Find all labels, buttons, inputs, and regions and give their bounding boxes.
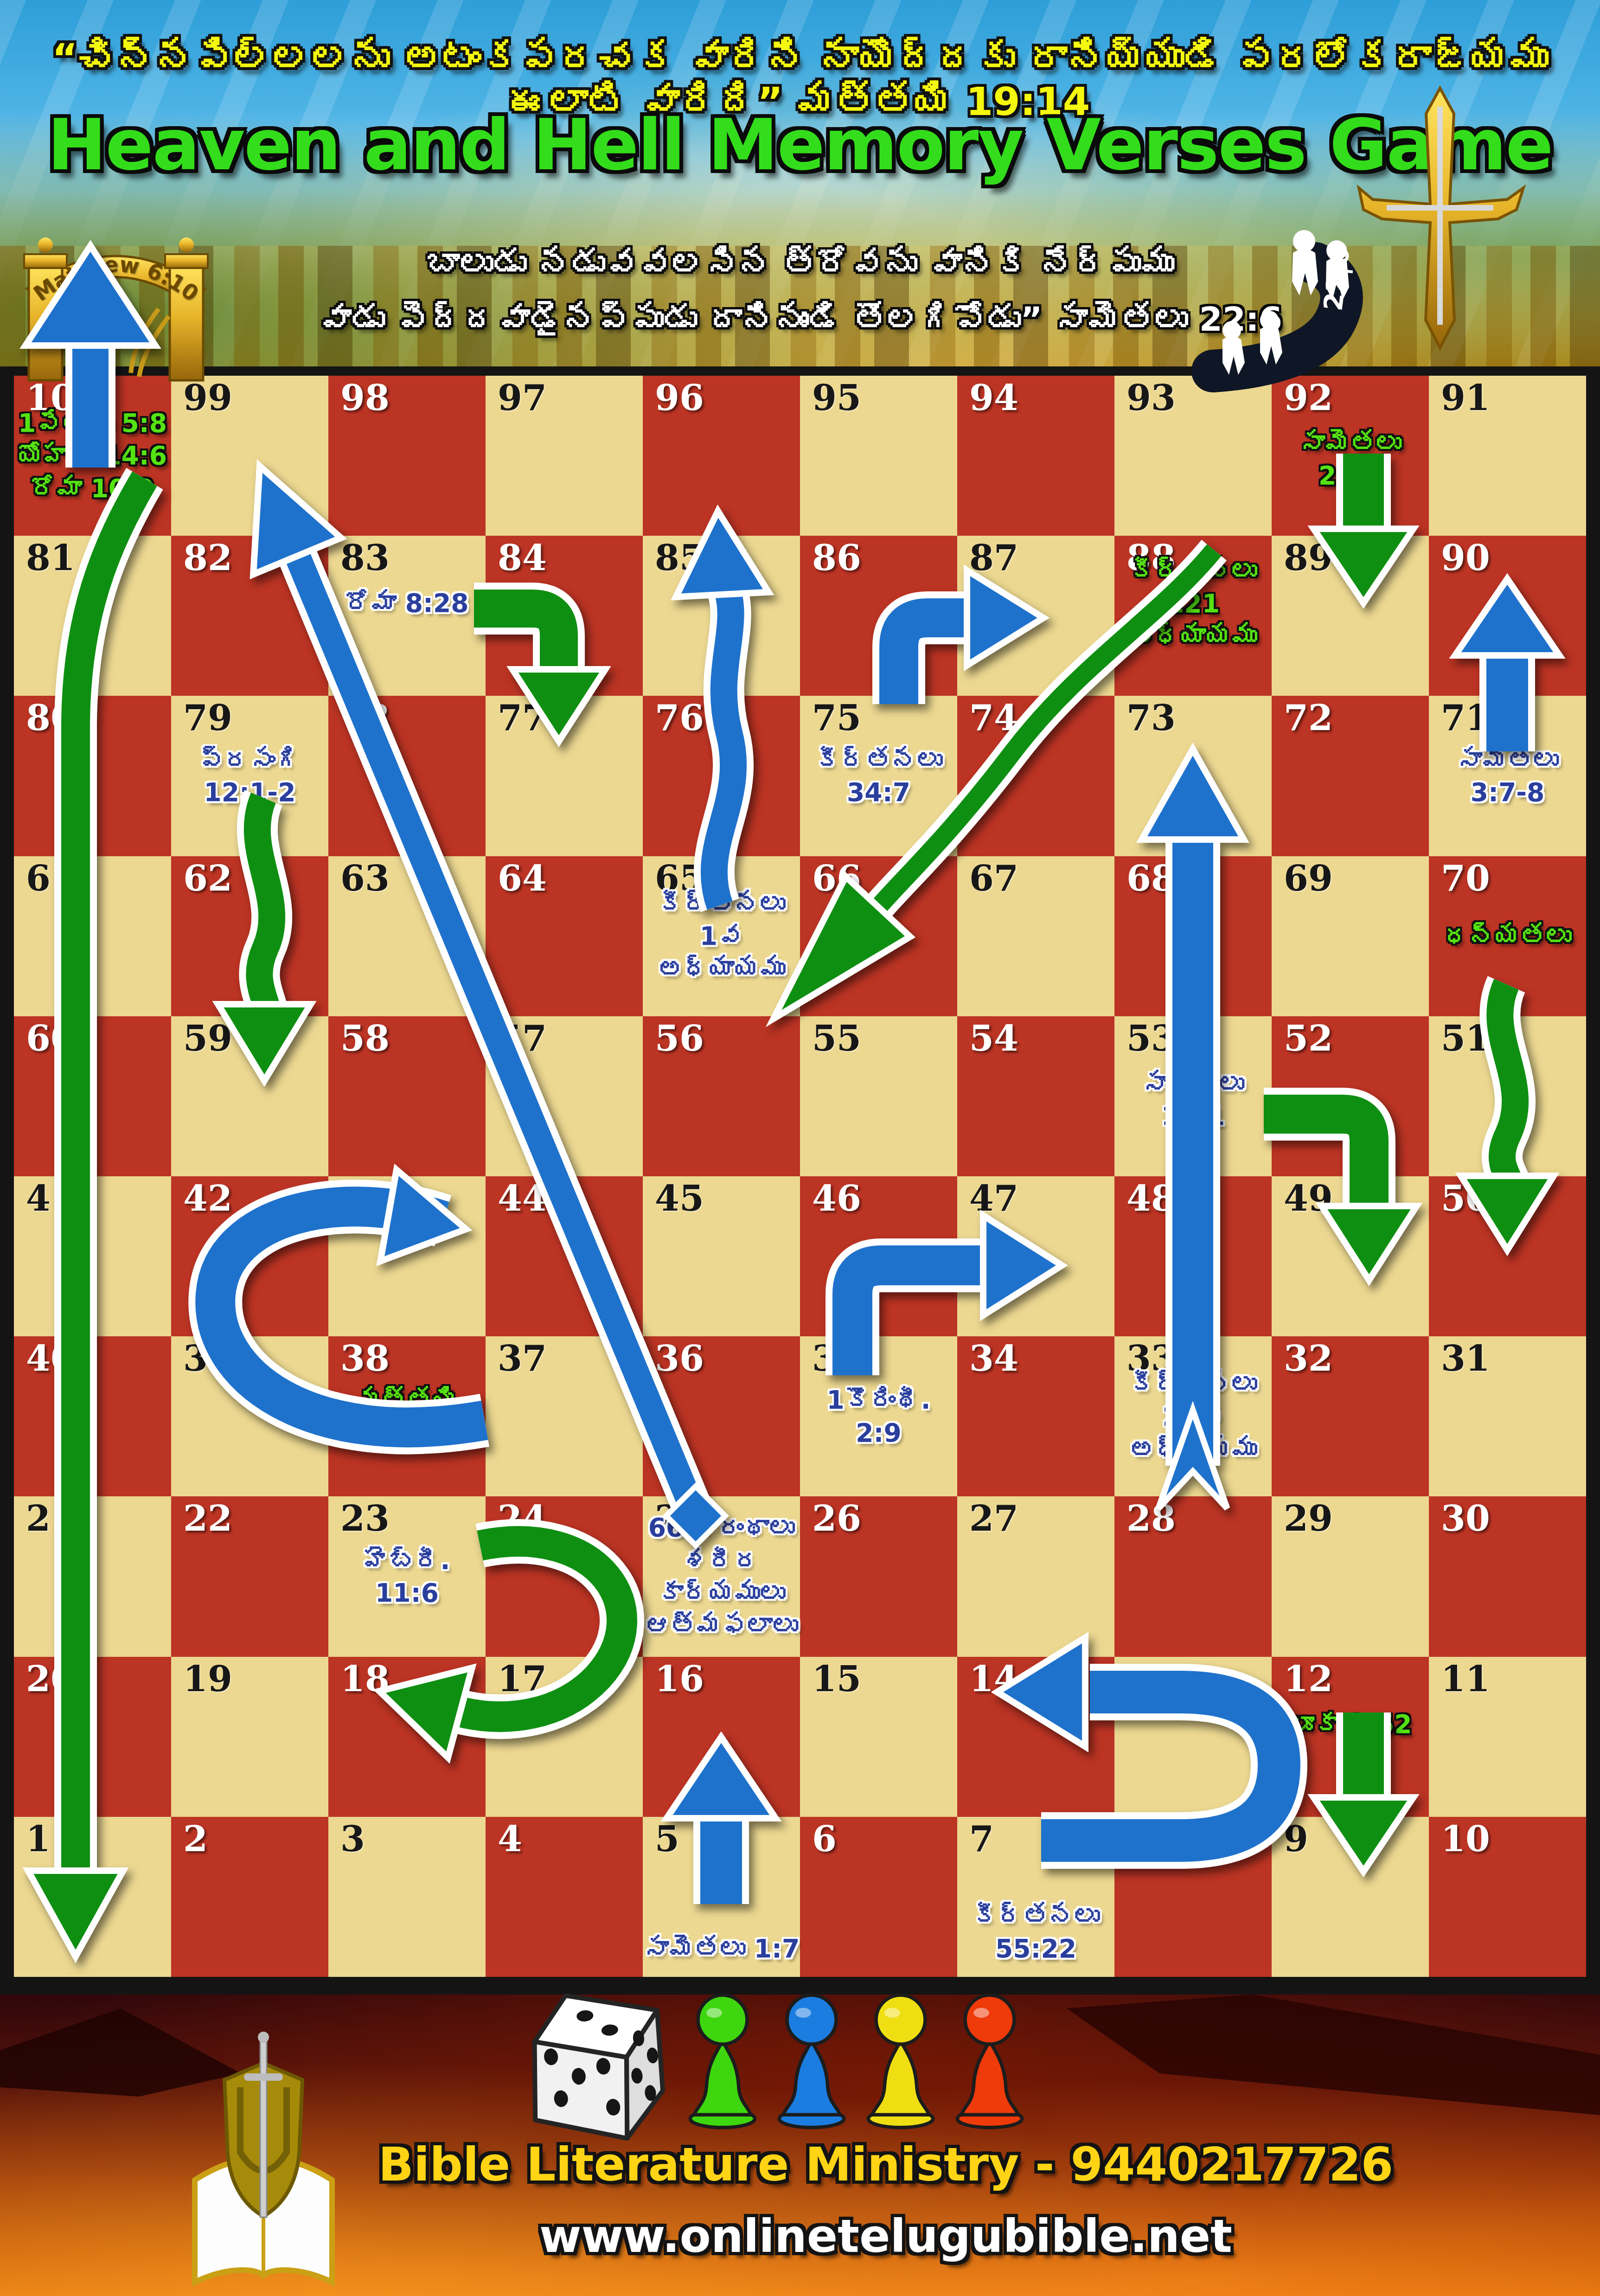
square-97: 97 — [486, 376, 643, 536]
square-number: 51 — [1441, 1021, 1490, 1056]
page-title: Heaven and Hell Memory Verses Game — [0, 106, 1600, 185]
square-number: 99 — [183, 380, 232, 416]
square-number: 60 — [26, 1021, 75, 1056]
square-number: 62 — [183, 861, 232, 896]
square-number: 93 — [1126, 380, 1176, 416]
square-33: 33కీర్తనలు23వ అధ్యాయము — [1114, 1336, 1272, 1496]
square-number: 91 — [1441, 380, 1490, 416]
square-number: 74 — [969, 700, 1018, 736]
square-verse: కీర్తనలు 55:22 — [957, 1899, 1114, 1965]
square-number: 4 — [498, 1821, 522, 1857]
square-17: 17 — [486, 1657, 643, 1817]
square-95: 95 — [800, 376, 957, 536]
square-number: 21 — [26, 1501, 75, 1536]
square-57: 57 — [486, 1016, 643, 1176]
square-83: 83రోమా 8:28 — [328, 536, 486, 696]
square-verse: సామెతలు 1:7 — [643, 1932, 800, 1965]
square-39: 39 — [171, 1336, 328, 1496]
square-number: 34 — [969, 1341, 1018, 1376]
square-verse: రోమా 8:28 — [328, 587, 486, 619]
square-58: 58 — [328, 1016, 486, 1176]
square-verse: లూకా 2:52 — [1272, 1708, 1429, 1740]
square-68: 68 — [1114, 856, 1272, 1016]
ministry-line: Bible Literature Ministry - 9440217726 — [325, 2139, 1447, 2190]
square-number: 12 — [1284, 1661, 1333, 1697]
square-28: 28 — [1114, 1496, 1272, 1656]
square-verse: సామెతలు 10:1 — [1114, 1067, 1272, 1133]
square-number: 11 — [1441, 1661, 1490, 1697]
square-number: 90 — [1441, 540, 1490, 576]
square-38: 38మత్తయి5:44-46 — [328, 1336, 486, 1496]
square-92: 92సామెతలు 29:1 — [1272, 376, 1429, 536]
square-number: 1 — [26, 1821, 51, 1857]
square-88: 88కీర్తనలు121 అధ్యాయము — [1114, 536, 1272, 696]
square-59: 59 — [171, 1016, 328, 1176]
square-70: 70ధన్యతలు — [1429, 856, 1586, 1016]
square-69: 69 — [1272, 856, 1429, 1016]
square-number: 49 — [1284, 1181, 1333, 1216]
square-number: 82 — [183, 540, 232, 576]
square-number: 19 — [183, 1661, 232, 1697]
square-66: 66 — [800, 856, 957, 1016]
square-73: 73 — [1114, 696, 1272, 856]
square-number: 28 — [1126, 1501, 1176, 1536]
square-number: 29 — [1284, 1501, 1333, 1536]
square-number: 61 — [26, 861, 75, 896]
square-53: 53సామెతలు 10:1 — [1114, 1016, 1272, 1176]
square-verse: ధన్యతలు — [1444, 920, 1571, 952]
square-40: 40 — [14, 1336, 171, 1496]
square-number: 68 — [1126, 861, 1176, 896]
square-76: 76 — [643, 696, 800, 856]
square-14: 14 — [957, 1657, 1114, 1817]
square-number: 30 — [1441, 1501, 1490, 1536]
square-number: 55 — [812, 1021, 861, 1056]
square-number: 48 — [1126, 1181, 1176, 1216]
square-number: 44 — [498, 1181, 547, 1216]
square-100: 1001పేతురు 5:8యోహాను 14:6రోమా 10:9 — [14, 376, 171, 536]
square-45: 45 — [643, 1176, 800, 1336]
square-number: 38 — [340, 1341, 390, 1376]
square-98: 98 — [328, 376, 486, 536]
square-87: 87 — [957, 536, 1114, 696]
square-number: 57 — [498, 1021, 547, 1056]
square-verse: కీర్తనలు23వ అధ్యాయము — [1114, 1367, 1272, 1465]
square-number: 3 — [340, 1821, 365, 1857]
square-number: 23 — [340, 1501, 390, 1536]
header-subtitle-2: వాడు పెద్దవాడైనప్పుడు దానినుండి తొలగిపోడ… — [0, 301, 1600, 338]
square-1: 1 — [14, 1817, 171, 1977]
square-16: 16 — [643, 1657, 800, 1817]
square-number: 52 — [1284, 1021, 1333, 1056]
square-number: 37 — [498, 1341, 547, 1376]
square-number: 41 — [26, 1181, 75, 1216]
square-number: 31 — [1441, 1341, 1490, 1376]
square-number: 9 — [1284, 1821, 1308, 1857]
square-number: 80 — [26, 700, 75, 736]
square-42: 42 — [171, 1176, 328, 1336]
square-4: 4 — [486, 1817, 643, 1977]
square-93: 93 — [1114, 376, 1272, 536]
square-49: 49 — [1272, 1176, 1429, 1336]
square-67: 67 — [957, 856, 1114, 1016]
square-44: 44 — [486, 1176, 643, 1336]
square-number: 7 — [969, 1821, 994, 1857]
square-number: 26 — [812, 1501, 861, 1536]
square-number: 39 — [183, 1341, 232, 1376]
square-5: 5సామెతలు 1:7 — [643, 1817, 800, 1977]
square-91: 91 — [1429, 376, 1586, 536]
square-number: 76 — [655, 700, 704, 736]
square-number: 5 — [655, 1821, 679, 1857]
square-55: 55 — [800, 1016, 957, 1176]
square-75: 75కీర్తనలు 34:7 — [800, 696, 957, 856]
square-number: 8 — [1126, 1821, 1151, 1857]
square-34: 34 — [957, 1336, 1114, 1496]
square-13: 13 — [1114, 1657, 1272, 1817]
square-82: 82 — [171, 536, 328, 696]
square-verse: ప్రసంగి12:1-2 — [199, 744, 301, 809]
square-number: 58 — [340, 1021, 390, 1056]
square-86: 86 — [800, 536, 957, 696]
square-number: 89 — [1284, 540, 1333, 576]
square-number: 16 — [655, 1661, 704, 1697]
square-number: 87 — [969, 540, 1018, 576]
square-61: 61 — [14, 856, 171, 1016]
square-32: 32 — [1272, 1336, 1429, 1496]
square-number: 75 — [812, 700, 861, 736]
square-27: 27 — [957, 1496, 1114, 1656]
square-94: 94 — [957, 376, 1114, 536]
square-number: 13 — [1126, 1661, 1176, 1697]
square-51: 51 — [1429, 1016, 1586, 1176]
square-number: 79 — [183, 700, 232, 736]
square-50: 50 — [1429, 1176, 1586, 1336]
square-number: 45 — [655, 1181, 704, 1216]
square-37: 37 — [486, 1336, 643, 1496]
square-verse: హెబ్రీ. 11:6 — [328, 1544, 486, 1610]
game-board: 1001పేతురు 5:8యోహాను 14:6రోమా 10:9999897… — [14, 376, 1586, 1977]
square-63: 63 — [328, 856, 486, 1016]
website-url: www.onlinetelugubible.net — [399, 2212, 1373, 2262]
square-number: 46 — [812, 1181, 861, 1216]
square-verse: కీర్తనలు121 అధ్యాయము — [1114, 554, 1272, 652]
square-84: 84 — [486, 536, 643, 696]
square-number: 70 — [1441, 861, 1490, 896]
square-48: 48 — [1114, 1176, 1272, 1336]
square-number: 20 — [26, 1661, 75, 1697]
square-52: 52 — [1272, 1016, 1429, 1176]
square-74: 74 — [957, 696, 1114, 856]
square-verse: 1కొరింథీ. 2:9 — [800, 1384, 957, 1449]
square-number: 35 — [812, 1341, 861, 1376]
square-number: 50 — [1441, 1181, 1490, 1216]
square-number: 92 — [1284, 380, 1333, 416]
square-number: 98 — [340, 380, 390, 416]
header-subtitle-1: బాలుడు నడువవలసిన త్రోవను వానికి నేర్పుము — [0, 245, 1600, 282]
square-number: 32 — [1284, 1341, 1333, 1376]
square-78: 78 — [328, 696, 486, 856]
square-number: 22 — [183, 1501, 232, 1536]
square-number: 69 — [1284, 861, 1333, 896]
square-46: 46 — [800, 1176, 957, 1336]
square-47: 47 — [957, 1176, 1114, 1336]
square-71: 71సామెతలు3:7-8 — [1429, 696, 1586, 856]
square-number: 56 — [655, 1021, 704, 1056]
square-number: 97 — [498, 380, 547, 416]
square-35: 351కొరింథీ. 2:9 — [800, 1336, 957, 1496]
square-number: 67 — [969, 861, 1018, 896]
square-verse: మత్తయి5:44-46 — [352, 1384, 461, 1449]
square-number: 73 — [1126, 700, 1176, 736]
square-11: 11 — [1429, 1657, 1586, 1817]
square-96: 96 — [643, 376, 800, 536]
square-number: 42 — [183, 1181, 232, 1216]
square-29: 29 — [1272, 1496, 1429, 1656]
square-9: 9 — [1272, 1817, 1429, 1977]
square-number: 83 — [340, 540, 390, 576]
square-62: 62 — [171, 856, 328, 1016]
square-31: 31 — [1429, 1336, 1586, 1496]
square-7: 7కీర్తనలు 55:22 — [957, 1817, 1114, 1977]
square-25: 2566 గ్రంథాలుశరీర కార్యములుఆత్మఫలాలు — [643, 1496, 800, 1656]
square-3: 3 — [328, 1817, 486, 1977]
square-number: 72 — [1284, 700, 1333, 736]
square-number: 43 — [340, 1181, 390, 1216]
square-number: 10 — [1441, 1821, 1490, 1857]
square-number: 81 — [26, 540, 75, 576]
game-poster: “చిన్నపిల్లలను అటంకపరచక వారిని నాయొద్దకు… — [0, 0, 1600, 2296]
square-18: 18 — [328, 1657, 486, 1817]
square-number: 40 — [26, 1341, 75, 1376]
square-60: 60 — [14, 1016, 171, 1176]
square-20: 20 — [14, 1657, 171, 1817]
square-number: 78 — [340, 700, 390, 736]
square-89: 89 — [1272, 536, 1429, 696]
square-79: 79ప్రసంగి12:1-2 — [171, 696, 328, 856]
square-verse: 1పేతురు 5:8యోహాను 14:6రోమా 10:9 — [18, 407, 167, 505]
square-verse: సామెతలు 29:1 — [1272, 427, 1429, 492]
square-number: 85 — [655, 540, 704, 576]
square-verse: కీర్తనలు 34:7 — [800, 744, 957, 809]
square-number: 77 — [498, 700, 547, 736]
square-number: 66 — [812, 861, 861, 896]
square-36: 36 — [643, 1336, 800, 1496]
square-number: 95 — [812, 380, 861, 416]
square-number: 63 — [340, 861, 390, 896]
square-72: 72 — [1272, 696, 1429, 856]
square-12: 12లూకా 2:52 — [1272, 1657, 1429, 1817]
square-2: 2 — [171, 1817, 328, 1977]
square-19: 19 — [171, 1657, 328, 1817]
square-64: 64 — [486, 856, 643, 1016]
square-24: 24 — [486, 1496, 643, 1656]
square-number: 96 — [655, 380, 704, 416]
square-21: 21 — [14, 1496, 171, 1656]
square-number: 54 — [969, 1021, 1018, 1056]
square-number: 94 — [969, 380, 1018, 416]
square-number: 6 — [812, 1821, 837, 1857]
square-26: 26 — [800, 1496, 957, 1656]
square-99: 99 — [171, 376, 328, 536]
square-43: 43 — [328, 1176, 486, 1336]
square-22: 22 — [171, 1496, 328, 1656]
square-65: 65కీర్తనలు1వ అధ్యాయము — [643, 856, 800, 1016]
square-verse: 66 గ్రంథాలుశరీర కార్యములుఆత్మఫలాలు — [643, 1511, 800, 1642]
square-number: 47 — [969, 1181, 1018, 1216]
square-number: 86 — [812, 540, 861, 576]
square-number: 17 — [498, 1661, 547, 1697]
square-30: 30 — [1429, 1496, 1586, 1656]
square-number: 24 — [498, 1501, 547, 1536]
square-6: 6 — [800, 1817, 957, 1977]
square-54: 54 — [957, 1016, 1114, 1176]
square-number: 14 — [969, 1661, 1018, 1697]
square-verse: కీర్తనలు1వ అధ్యాయము — [643, 887, 800, 985]
square-23: 23హెబ్రీ. 11:6 — [328, 1496, 486, 1656]
square-number: 36 — [655, 1341, 704, 1376]
square-number: 27 — [969, 1501, 1018, 1536]
square-77: 77 — [486, 696, 643, 856]
square-10: 10 — [1429, 1817, 1586, 1977]
square-number: 71 — [1441, 700, 1490, 736]
square-90: 90 — [1429, 536, 1586, 696]
square-56: 56 — [643, 1016, 800, 1176]
square-85: 85 — [643, 536, 800, 696]
square-number: 2 — [183, 1821, 208, 1857]
square-number: 15 — [812, 1661, 861, 1697]
square-80: 80 — [14, 696, 171, 856]
square-number: 59 — [183, 1021, 232, 1056]
square-15: 15 — [800, 1657, 957, 1817]
square-verse: సామెతలు3:7-8 — [1457, 744, 1559, 809]
square-number: 64 — [498, 861, 547, 896]
square-number: 53 — [1126, 1021, 1176, 1056]
square-81: 81 — [14, 536, 171, 696]
square-number: 18 — [340, 1661, 390, 1697]
square-41: 41 — [14, 1176, 171, 1336]
square-number: 84 — [498, 540, 547, 576]
square-8: 8 — [1114, 1817, 1272, 1977]
